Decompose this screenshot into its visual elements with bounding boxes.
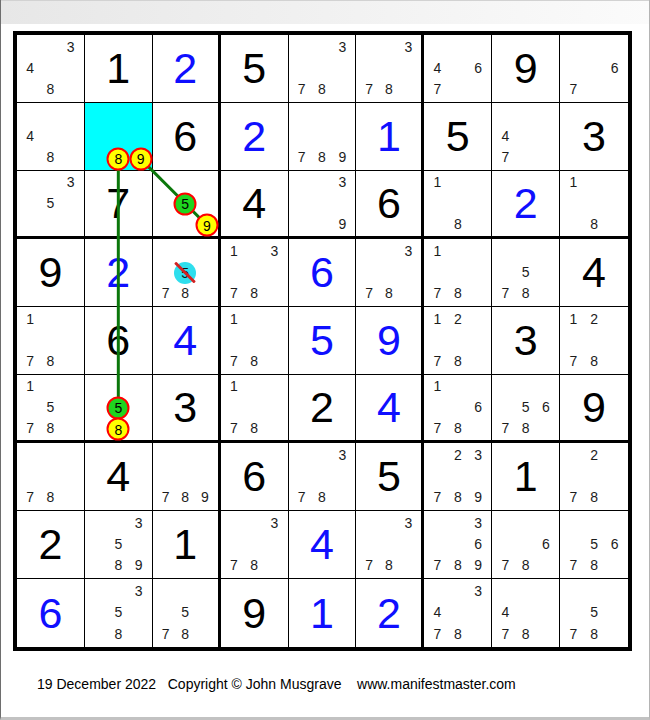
- cell-r7c3[interactable]: 789: [153, 443, 221, 511]
- cell-r4c9[interactable]: 4: [560, 239, 628, 307]
- eliminated-candidate-5: 5: [174, 262, 196, 284]
- cell-r9c2[interactable]: 358: [85, 579, 153, 647]
- candidate-4: 4: [427, 602, 447, 624]
- cell-r6c3[interactable]: 3: [153, 375, 221, 443]
- pencil-marks: 789: [292, 104, 353, 168]
- pencil-marks: 378: [359, 512, 418, 576]
- candidate-9: 9: [468, 555, 488, 576]
- candidate-3: 3: [128, 512, 148, 533]
- given-digit: 2: [17, 511, 84, 578]
- cell-r5c4[interactable]: 178: [221, 307, 289, 375]
- candidate-9: 9: [468, 487, 488, 508]
- cell-r8c6[interactable]: 378: [356, 511, 424, 579]
- candidate-3: 3: [399, 512, 419, 533]
- candidate-3: 3: [61, 36, 81, 57]
- chain-node-yellow-8: 8: [107, 147, 130, 170]
- sudoku-grid: 3481253783784679674889627891547335759439…: [13, 31, 632, 651]
- cell-r4c3[interactable]: 785: [153, 239, 221, 307]
- candidate-3: 3: [399, 240, 419, 261]
- cell-r3c6[interactable]: 6: [356, 171, 424, 239]
- candidate-9: 9: [195, 487, 215, 508]
- cell-r5c6[interactable]: 9: [356, 307, 424, 375]
- cell-r6c2[interactable]: 58: [85, 375, 153, 443]
- candidate-2: 2: [448, 308, 468, 329]
- candidate-8: 8: [448, 351, 468, 372]
- candidate-7: 7: [224, 555, 244, 576]
- candidate-8: 8: [40, 417, 60, 438]
- cell-r4c4[interactable]: 1378: [221, 239, 289, 307]
- candidate-8: 8: [448, 283, 468, 304]
- given-digit: 1: [85, 35, 152, 102]
- pencil-marks: 23789: [427, 444, 488, 508]
- page: 3481253783784679674889627891547335759439…: [0, 0, 650, 720]
- candidate-5: 5: [40, 397, 60, 418]
- candidate-1: 1: [427, 308, 447, 329]
- solved-digit: 2: [492, 171, 559, 236]
- cell-r2c8[interactable]: 47: [492, 103, 560, 171]
- cell-r1c6[interactable]: 378: [356, 35, 424, 103]
- candidate-6: 6: [604, 533, 625, 554]
- cell-r1c5[interactable]: 378: [289, 35, 357, 103]
- chain-node-green-5: 5: [174, 192, 197, 215]
- pencil-marks: 378: [224, 512, 285, 576]
- chain-node-green-5: 5: [107, 396, 130, 419]
- candidate-3: 3: [61, 172, 81, 193]
- candidate-8: 8: [516, 283, 536, 304]
- candidate-1: 1: [20, 376, 40, 397]
- candidate-3: 3: [332, 172, 352, 193]
- candidate-8: 8: [448, 487, 468, 508]
- cell-r1c7[interactable]: 467: [424, 35, 492, 103]
- candidate-6: 6: [536, 397, 556, 418]
- pencil-marks: 47: [495, 104, 556, 168]
- footer-credit: 19 December 2022 Copyright © John Musgra…: [37, 676, 516, 692]
- candidate-2: 2: [584, 308, 605, 329]
- candidate-7: 7: [156, 623, 176, 645]
- candidate-5: 5: [108, 533, 128, 554]
- given-digit: 6: [85, 307, 152, 374]
- pencil-marks: 178: [427, 240, 488, 304]
- candidate-8: 8: [244, 417, 264, 438]
- cell-r5c5[interactable]: 5: [289, 307, 357, 375]
- pencil-marks: 348: [20, 36, 81, 100]
- candidate-7: 7: [427, 417, 447, 438]
- candidate-7: 7: [224, 351, 244, 372]
- cell-r4c8[interactable]: 578: [492, 239, 560, 307]
- pencil-marks: 378: [359, 240, 418, 304]
- chain-node-yellow-9: 9: [195, 214, 218, 237]
- candidate-7: 7: [427, 79, 447, 100]
- candidate-1: 1: [427, 240, 447, 261]
- given-digit: 4: [221, 171, 288, 236]
- cell-r6c6[interactable]: 4: [356, 375, 424, 443]
- solved-digit: 4: [289, 511, 356, 578]
- candidate-4: 4: [495, 602, 515, 624]
- candidate-3: 3: [264, 512, 284, 533]
- candidate-8: 8: [379, 79, 399, 100]
- candidate-5: 5: [40, 193, 60, 214]
- given-digit: 6: [153, 103, 218, 170]
- candidate-7: 7: [427, 623, 447, 645]
- cell-r2c1[interactable]: 48: [17, 103, 85, 171]
- candidate-8: 8: [175, 623, 195, 645]
- candidate-3: 3: [264, 240, 284, 261]
- candidate-8: 8: [312, 487, 332, 508]
- pencil-marks: 789: [156, 444, 215, 508]
- cell-r7c5[interactable]: 378: [289, 443, 357, 511]
- cell-r9c9[interactable]: 578: [560, 579, 628, 647]
- candidate-6: 6: [468, 57, 488, 78]
- cell-r7c1[interactable]: 78: [17, 443, 85, 511]
- pencil-marks: 378: [292, 36, 353, 100]
- candidate-8: 8: [40, 351, 60, 372]
- window-top-bar: [1, 0, 650, 24]
- candidate-8: 8: [108, 555, 128, 576]
- cell-r9c7[interactable]: 3478: [424, 579, 492, 647]
- pencil-marks: 18: [427, 172, 488, 234]
- cell-r3c7[interactable]: 18: [424, 171, 492, 239]
- cell-r5c7[interactable]: 1278: [424, 307, 492, 375]
- candidate-7: 7: [427, 555, 447, 576]
- candidate-7: 7: [495, 623, 515, 645]
- given-digit: 4: [85, 443, 152, 510]
- solved-digit: 1: [356, 103, 421, 170]
- given-digit: 9: [221, 579, 288, 647]
- solved-digit: 2: [85, 239, 152, 306]
- candidate-7: 7: [292, 487, 312, 508]
- cell-r6c7[interactable]: 1678: [424, 375, 492, 443]
- cell-r3c5[interactable]: 39: [289, 171, 357, 239]
- candidate-7: 7: [156, 487, 176, 508]
- candidate-7: 7: [563, 351, 584, 372]
- solved-digit: 2: [356, 579, 421, 647]
- cell-r4c2[interactable]: 2: [85, 239, 153, 307]
- pencil-marks: 358: [88, 580, 149, 645]
- candidate-8: 8: [175, 283, 195, 304]
- candidate-8: 8: [516, 623, 536, 645]
- candidate-8: 8: [108, 623, 128, 645]
- candidate-7: 7: [495, 417, 515, 438]
- candidate-7: 7: [427, 283, 447, 304]
- candidate-7: 7: [495, 555, 515, 576]
- pencil-marks: 678: [495, 512, 556, 576]
- cell-r1c3[interactable]: 2: [153, 35, 221, 103]
- cell-r5c8[interactable]: 3: [492, 307, 560, 375]
- candidate-5: 5: [516, 261, 536, 282]
- cell-r2c9[interactable]: 3: [560, 103, 628, 171]
- given-digit: 3: [560, 103, 628, 170]
- cell-r5c1[interactable]: 178: [17, 307, 85, 375]
- solved-digit: 4: [153, 307, 218, 374]
- cell-r2c6[interactable]: 1: [356, 103, 424, 171]
- candidate-6: 6: [468, 533, 488, 554]
- chain-node-yellow-8: 8: [107, 418, 130, 441]
- candidate-6: 6: [536, 533, 556, 554]
- candidate-8: 8: [379, 283, 399, 304]
- candidate-3: 3: [332, 444, 352, 465]
- candidate-7: 7: [20, 351, 40, 372]
- cell-r8c4[interactable]: 378: [221, 511, 289, 579]
- candidate-8: 8: [379, 555, 399, 576]
- cell-r2c5[interactable]: 789: [289, 103, 357, 171]
- candidate-1: 1: [224, 376, 244, 397]
- cell-r7c9[interactable]: 278: [560, 443, 628, 511]
- candidate-7: 7: [156, 283, 176, 304]
- given-digit: 9: [492, 35, 559, 102]
- cell-r9c4[interactable]: 9: [221, 579, 289, 647]
- cell-r3c9[interactable]: 18: [560, 171, 628, 239]
- candidate-8: 8: [448, 213, 468, 234]
- cell-r4c5[interactable]: 6: [289, 239, 357, 307]
- candidate-5: 5: [516, 397, 536, 418]
- candidate-8: 8: [584, 487, 605, 508]
- given-digit: 3: [492, 307, 559, 374]
- pencil-marks: 39: [292, 172, 353, 234]
- candidate-7: 7: [427, 487, 447, 508]
- pencil-marks: 35: [20, 172, 81, 234]
- candidate-8: 8: [40, 79, 60, 100]
- candidate-7: 7: [20, 417, 40, 438]
- cell-r2c7[interactable]: 5: [424, 103, 492, 171]
- pencil-marks: 467: [427, 36, 488, 100]
- candidate-3: 3: [399, 36, 419, 57]
- cell-r2c2[interactable]: 89: [85, 103, 153, 171]
- cell-r3c2[interactable]: 7: [85, 171, 153, 239]
- cell-r5c9[interactable]: 1278: [560, 307, 628, 375]
- solved-digit: 2: [153, 35, 218, 102]
- cell-r4c6[interactable]: 378: [356, 239, 424, 307]
- cell-r9c8[interactable]: 478: [492, 579, 560, 647]
- candidate-7: 7: [359, 79, 379, 100]
- cell-r5c3[interactable]: 4: [153, 307, 221, 375]
- given-digit: 5: [356, 443, 421, 510]
- candidate-8: 8: [40, 487, 60, 508]
- cell-r1c1[interactable]: 348: [17, 35, 85, 103]
- solved-digit: 2: [221, 103, 288, 170]
- candidate-9: 9: [332, 213, 352, 234]
- cell-r9c1[interactable]: 6: [17, 579, 85, 647]
- candidate-6: 6: [468, 397, 488, 418]
- candidate-4: 4: [20, 57, 40, 78]
- pencil-marks: 578: [156, 580, 215, 645]
- solved-digit: 5: [289, 307, 356, 374]
- given-digit: 2: [289, 375, 356, 440]
- pencil-marks: 36789: [427, 512, 488, 576]
- candidate-8: 8: [516, 417, 536, 438]
- pencil-marks: 1278: [563, 308, 625, 372]
- cell-r7c4[interactable]: 6: [221, 443, 289, 511]
- candidate-8: 8: [312, 147, 332, 168]
- pencil-marks: 1678: [427, 376, 488, 438]
- cell-r1c8[interactable]: 9: [492, 35, 560, 103]
- given-digit: 7: [85, 171, 152, 236]
- pencil-marks: 578: [563, 580, 625, 645]
- solved-digit: 6: [289, 239, 356, 306]
- pencil-marks: 178: [20, 308, 81, 372]
- candidate-3: 3: [468, 580, 488, 602]
- cell-r1c2[interactable]: 1: [85, 35, 153, 103]
- cell-r3c3[interactable]: 59: [153, 171, 221, 239]
- candidate-9: 9: [128, 555, 148, 576]
- candidate-1: 1: [427, 172, 447, 193]
- pencil-marks: 67: [563, 36, 625, 100]
- cell-r3c8[interactable]: 2: [492, 171, 560, 239]
- candidate-7: 7: [359, 283, 379, 304]
- cell-r8c5[interactable]: 4: [289, 511, 357, 579]
- candidate-7: 7: [563, 623, 584, 645]
- candidate-3: 3: [468, 512, 488, 533]
- candidate-5: 5: [584, 602, 605, 624]
- given-digit: 6: [221, 443, 288, 510]
- pencil-marks: 3478: [427, 580, 488, 645]
- cell-r4c1[interactable]: 9: [17, 239, 85, 307]
- candidate-8: 8: [175, 487, 195, 508]
- candidate-4: 4: [495, 125, 515, 146]
- pencil-marks: 1578: [20, 376, 81, 438]
- candidate-7: 7: [224, 417, 244, 438]
- pencil-marks: 1378: [224, 240, 285, 304]
- cell-r6c8[interactable]: 5678: [492, 375, 560, 443]
- candidate-5: 5: [175, 602, 195, 624]
- candidate-8: 8: [584, 555, 605, 576]
- cell-r6c9[interactable]: 9: [560, 375, 628, 443]
- given-digit: 9: [560, 375, 628, 440]
- candidate-3: 3: [468, 444, 488, 465]
- cell-r6c4[interactable]: 178: [221, 375, 289, 443]
- cell-r8c8[interactable]: 678: [492, 511, 560, 579]
- cell-r2c3[interactable]: 6: [153, 103, 221, 171]
- candidate-4: 4: [20, 125, 40, 146]
- candidate-8: 8: [516, 555, 536, 576]
- given-digit: 5: [221, 35, 288, 102]
- pencil-marks: 378: [292, 444, 353, 508]
- candidate-3: 3: [332, 36, 352, 57]
- candidate-8: 8: [312, 79, 332, 100]
- pencil-marks: 578: [495, 240, 556, 304]
- candidate-3: 3: [128, 580, 148, 602]
- candidate-1: 1: [563, 172, 584, 193]
- candidate-8: 8: [244, 555, 264, 576]
- candidate-1: 1: [563, 308, 584, 329]
- solved-digit: 6: [17, 579, 84, 647]
- candidate-1: 1: [427, 376, 447, 397]
- candidate-4: 4: [427, 57, 447, 78]
- pencil-marks: 3589: [88, 512, 149, 576]
- candidate-8: 8: [448, 555, 468, 576]
- cell-r8c9[interactable]: 5678: [560, 511, 628, 579]
- candidate-1: 1: [224, 240, 244, 261]
- cell-r8c2[interactable]: 3589: [85, 511, 153, 579]
- solved-digit: 4: [356, 375, 421, 440]
- pencil-marks: 378: [359, 36, 418, 100]
- candidate-8: 8: [448, 417, 468, 438]
- candidate-7: 7: [563, 79, 584, 100]
- pencil-marks: 18: [563, 172, 625, 234]
- pencil-marks: 178: [224, 376, 285, 438]
- candidate-7: 7: [495, 147, 515, 168]
- candidate-1: 1: [20, 308, 40, 329]
- given-digit: 6: [356, 171, 421, 236]
- pencil-marks: 5678: [563, 512, 625, 576]
- candidate-1: 1: [224, 308, 244, 329]
- candidate-7: 7: [20, 487, 40, 508]
- pencil-marks: 478: [495, 580, 556, 645]
- cell-r9c5[interactable]: 1: [289, 579, 357, 647]
- cell-r5c2[interactable]: 6: [85, 307, 153, 375]
- pencil-marks: 1278: [427, 308, 488, 372]
- given-digit: 1: [492, 443, 559, 510]
- cell-r6c1[interactable]: 1578: [17, 375, 85, 443]
- candidate-2: 2: [584, 444, 605, 465]
- candidate-8: 8: [448, 623, 468, 645]
- candidate-8: 8: [584, 351, 605, 372]
- cell-r1c4[interactable]: 5: [221, 35, 289, 103]
- cell-r8c7[interactable]: 36789: [424, 511, 492, 579]
- cell-r1c9[interactable]: 67: [560, 35, 628, 103]
- cell-r8c3[interactable]: 1: [153, 511, 221, 579]
- cell-r3c1[interactable]: 35: [17, 171, 85, 239]
- solved-digit: 9: [356, 307, 421, 374]
- cell-r7c2[interactable]: 4: [85, 443, 153, 511]
- cell-r8c1[interactable]: 2: [17, 511, 85, 579]
- cell-r6c5[interactable]: 2: [289, 375, 357, 443]
- candidate-9: 9: [332, 147, 352, 168]
- given-digit: 3: [153, 375, 218, 440]
- candidate-5: 5: [108, 602, 128, 624]
- candidate-8: 8: [40, 147, 60, 168]
- candidate-7: 7: [292, 147, 312, 168]
- candidate-7: 7: [427, 351, 447, 372]
- given-digit: 5: [424, 103, 491, 170]
- solved-digit: 1: [289, 579, 356, 647]
- cell-r7c7[interactable]: 23789: [424, 443, 492, 511]
- cell-r9c3[interactable]: 578: [153, 579, 221, 647]
- candidate-8: 8: [244, 351, 264, 372]
- pencil-marks: 5678: [495, 376, 556, 438]
- candidate-7: 7: [495, 283, 515, 304]
- cell-r3c4[interactable]: 4: [221, 171, 289, 239]
- pencil-marks: 278: [563, 444, 625, 508]
- chain-node-yellow-9: 9: [129, 147, 152, 170]
- candidate-5: 5: [584, 533, 605, 554]
- cell-r4c7[interactable]: 178: [424, 239, 492, 307]
- candidate-8: 8: [584, 623, 605, 645]
- cell-r2c4[interactable]: 2: [221, 103, 289, 171]
- candidate-6: 6: [604, 57, 625, 78]
- given-digit: 9: [17, 239, 84, 306]
- candidate-8: 8: [584, 213, 605, 234]
- cell-r7c8[interactable]: 1: [492, 443, 560, 511]
- given-digit: 4: [560, 239, 628, 306]
- candidate-7: 7: [224, 283, 244, 304]
- candidate-7: 7: [563, 487, 584, 508]
- candidate-7: 7: [292, 79, 312, 100]
- candidate-7: 7: [359, 555, 379, 576]
- cell-r7c6[interactable]: 5: [356, 443, 424, 511]
- candidate-8: 8: [244, 283, 264, 304]
- pencil-marks: 178: [224, 308, 285, 372]
- pencil-marks: 48: [20, 104, 81, 168]
- given-digit: 1: [153, 511, 218, 578]
- candidate-7: 7: [563, 555, 584, 576]
- pencil-marks: 78: [20, 444, 81, 508]
- candidate-2: 2: [448, 444, 468, 465]
- cell-r9c6[interactable]: 2: [356, 579, 424, 647]
